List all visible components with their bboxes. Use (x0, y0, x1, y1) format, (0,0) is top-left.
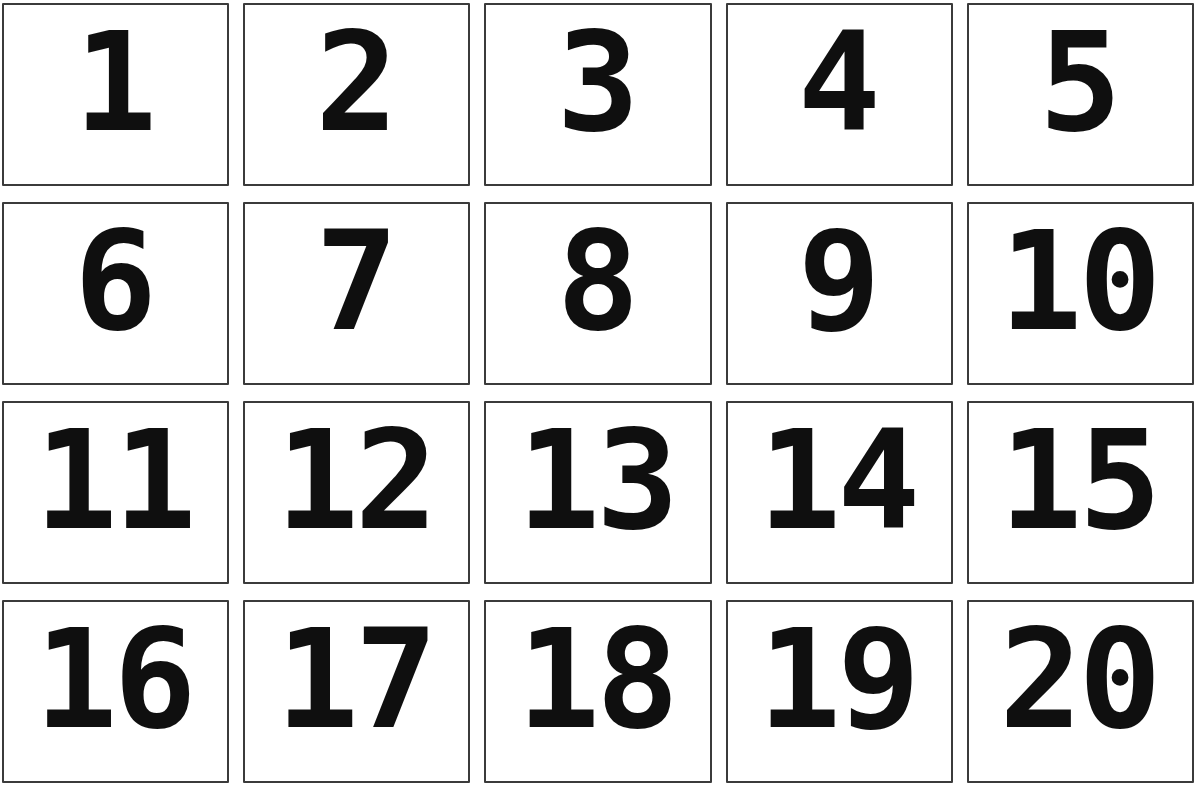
number-card-6: 6 (2, 202, 229, 385)
number-card-1: 1 (2, 3, 229, 186)
number-card-19: 19 (726, 600, 953, 783)
number-card-20: 20 (967, 600, 1194, 783)
number-card-4: 4 (726, 3, 953, 186)
flashcard-grid: 1 2 3 4 5 6 7 8 9 10 11 (2, 3, 1194, 783)
card-number: 12 (280, 412, 434, 550)
number-card-15: 15 (967, 401, 1194, 584)
card-number: 3 (560, 14, 635, 152)
card-number: 13 (521, 412, 675, 550)
card-number: 4 (802, 14, 877, 152)
card-number: 9 (802, 213, 877, 351)
number-card-3: 3 (484, 3, 711, 186)
card-number: 2 (319, 14, 394, 152)
number-card-18: 18 (484, 600, 711, 783)
number-card-12: 12 (243, 401, 470, 584)
number-card-16: 16 (2, 600, 229, 783)
number-card-7: 7 (243, 202, 470, 385)
card-number: 14 (762, 412, 916, 550)
card-number: 18 (521, 611, 675, 749)
number-card-10: 10 (967, 202, 1194, 385)
card-number: 5 (1043, 14, 1118, 152)
card-number: 10 (1003, 213, 1157, 351)
number-card-2: 2 (243, 3, 470, 186)
card-number: 19 (762, 611, 916, 749)
number-card-5: 5 (967, 3, 1194, 186)
number-card-14: 14 (726, 401, 953, 584)
card-number: 7 (319, 213, 394, 351)
number-card-17: 17 (243, 600, 470, 783)
card-number: 15 (1003, 412, 1157, 550)
card-number: 20 (1003, 611, 1157, 749)
number-card-11: 11 (2, 401, 229, 584)
card-number: 17 (280, 611, 434, 749)
flashcard-sheet: 1 2 3 4 5 6 7 8 9 10 11 (0, 0, 1200, 804)
card-number: 8 (560, 213, 635, 351)
card-number: 11 (39, 412, 193, 550)
number-card-9: 9 (726, 202, 953, 385)
number-card-8: 8 (484, 202, 711, 385)
card-number: 1 (78, 14, 153, 152)
number-card-13: 13 (484, 401, 711, 584)
card-number: 6 (78, 213, 153, 351)
card-number: 16 (39, 611, 193, 749)
